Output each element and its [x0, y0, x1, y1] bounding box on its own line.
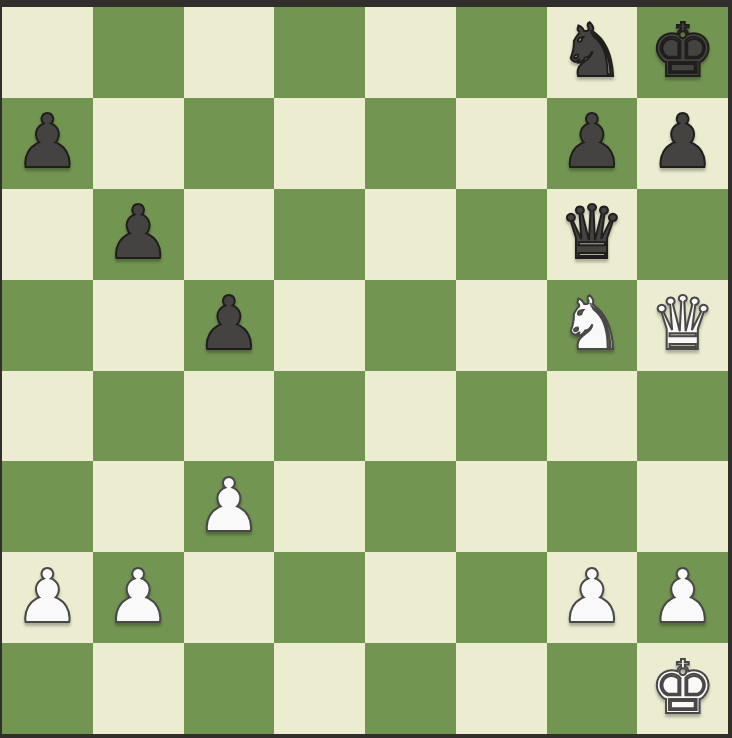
square-e8[interactable] — [365, 7, 456, 98]
square-b2[interactable]: ♟ — [93, 552, 184, 643]
square-e4[interactable] — [365, 371, 456, 462]
square-d2[interactable] — [274, 552, 365, 643]
square-a7[interactable]: ♟ — [2, 98, 93, 189]
square-c1[interactable] — [184, 643, 275, 734]
square-d5[interactable] — [274, 280, 365, 371]
square-a5[interactable] — [2, 280, 93, 371]
square-d7[interactable] — [274, 98, 365, 189]
piece-white-queen[interactable]: ♛ — [649, 286, 715, 360]
piece-white-pawn[interactable]: ♟ — [559, 559, 625, 633]
square-f3[interactable] — [456, 461, 547, 552]
square-b5[interactable] — [93, 280, 184, 371]
square-f8[interactable] — [456, 7, 547, 98]
square-d1[interactable] — [274, 643, 365, 734]
square-h1[interactable]: ♚ — [637, 643, 728, 734]
square-b6[interactable]: ♟ — [93, 189, 184, 280]
square-d8[interactable] — [274, 7, 365, 98]
square-c7[interactable] — [184, 98, 275, 189]
piece-white-knight[interactable]: ♞ — [559, 286, 625, 360]
square-e5[interactable] — [365, 280, 456, 371]
square-e7[interactable] — [365, 98, 456, 189]
square-h3[interactable] — [637, 461, 728, 552]
square-d4[interactable] — [274, 371, 365, 462]
square-h6[interactable] — [637, 189, 728, 280]
square-c8[interactable] — [184, 7, 275, 98]
piece-white-pawn[interactable]: ♟ — [105, 559, 171, 633]
square-c3[interactable]: ♟ — [184, 461, 275, 552]
square-g7[interactable]: ♟ — [547, 98, 638, 189]
piece-black-pawn[interactable]: ♟ — [14, 104, 80, 178]
square-h7[interactable]: ♟ — [637, 98, 728, 189]
chess-board: ♞♚♟♟♟♟♛♟♞♛♟♟♟♟♟♚ — [2, 7, 728, 734]
piece-black-knight[interactable]: ♞ — [559, 13, 625, 87]
square-f7[interactable] — [456, 98, 547, 189]
square-d6[interactable] — [274, 189, 365, 280]
square-g1[interactable] — [547, 643, 638, 734]
square-g6[interactable]: ♛ — [547, 189, 638, 280]
square-e6[interactable] — [365, 189, 456, 280]
square-h8[interactable]: ♚ — [637, 7, 728, 98]
piece-black-queen[interactable]: ♛ — [559, 195, 625, 269]
square-e2[interactable] — [365, 552, 456, 643]
square-f6[interactable] — [456, 189, 547, 280]
square-e1[interactable] — [365, 643, 456, 734]
square-h2[interactable]: ♟ — [637, 552, 728, 643]
square-g8[interactable]: ♞ — [547, 7, 638, 98]
square-a3[interactable] — [2, 461, 93, 552]
square-c2[interactable] — [184, 552, 275, 643]
square-a1[interactable] — [2, 643, 93, 734]
square-h5[interactable]: ♛ — [637, 280, 728, 371]
piece-white-pawn[interactable]: ♟ — [196, 468, 262, 542]
square-b1[interactable] — [93, 643, 184, 734]
square-a6[interactable] — [2, 189, 93, 280]
piece-white-pawn[interactable]: ♟ — [649, 559, 715, 633]
square-f1[interactable] — [456, 643, 547, 734]
square-f4[interactable] — [456, 371, 547, 462]
square-a2[interactable]: ♟ — [2, 552, 93, 643]
square-e3[interactable] — [365, 461, 456, 552]
square-g3[interactable] — [547, 461, 638, 552]
piece-white-king[interactable]: ♚ — [649, 650, 715, 724]
square-f2[interactable] — [456, 552, 547, 643]
square-b8[interactable] — [93, 7, 184, 98]
square-d3[interactable] — [274, 461, 365, 552]
square-c4[interactable] — [184, 371, 275, 462]
board-frame: ♞♚♟♟♟♟♛♟♞♛♟♟♟♟♟♚ — [0, 0, 732, 738]
square-b3[interactable] — [93, 461, 184, 552]
square-f5[interactable] — [456, 280, 547, 371]
piece-white-pawn[interactable]: ♟ — [14, 559, 80, 633]
square-a8[interactable] — [2, 7, 93, 98]
piece-black-pawn[interactable]: ♟ — [559, 104, 625, 178]
square-g4[interactable] — [547, 371, 638, 462]
square-a4[interactable] — [2, 371, 93, 462]
square-c6[interactable] — [184, 189, 275, 280]
piece-black-king[interactable]: ♚ — [649, 13, 715, 87]
square-b7[interactable] — [93, 98, 184, 189]
square-g5[interactable]: ♞ — [547, 280, 638, 371]
square-h4[interactable] — [637, 371, 728, 462]
square-b4[interactable] — [93, 371, 184, 462]
square-g2[interactable]: ♟ — [547, 552, 638, 643]
piece-black-pawn[interactable]: ♟ — [196, 286, 262, 360]
piece-black-pawn[interactable]: ♟ — [105, 195, 171, 269]
square-c5[interactable]: ♟ — [184, 280, 275, 371]
piece-black-pawn[interactable]: ♟ — [649, 104, 715, 178]
